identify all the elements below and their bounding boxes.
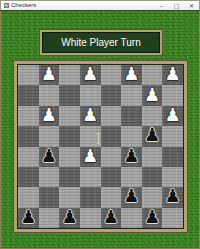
board-square[interactable]: ♟ [80, 106, 101, 126]
board-square[interactable]: ♟ [80, 147, 101, 167]
white-piece[interactable]: ♟ [123, 65, 139, 83]
board-square[interactable] [162, 85, 183, 105]
game-background: White Player Turn ♟♟♟♟♟♟♟♟♟♟♟♟♟♟♟♟♟♟ [0, 10, 200, 249]
board-square[interactable] [39, 126, 60, 146]
black-piece[interactable]: ♟ [144, 126, 160, 144]
checkers-board[interactable]: ♟♟♟♟♟♟♟♟♟♟♟♟♟♟♟♟♟♟ [17, 64, 184, 229]
board-square[interactable] [80, 187, 101, 207]
board-square[interactable] [142, 106, 163, 126]
board-square[interactable]: ♟ [142, 208, 163, 228]
board-square[interactable] [101, 167, 122, 187]
board-square[interactable] [101, 85, 122, 105]
window-controls: – ▢ ✕ [154, 1, 199, 10]
white-piece[interactable]: ♟ [82, 147, 98, 165]
title-bar: Checkers – ▢ ✕ [0, 0, 200, 10]
board-square[interactable]: ♟ [121, 65, 142, 85]
maximize-button[interactable]: ▢ [169, 1, 184, 10]
board-square[interactable] [80, 208, 101, 228]
board-square[interactable] [59, 147, 80, 167]
board-square[interactable]: ♟ [18, 208, 39, 228]
turn-banner: White Player Turn [40, 30, 162, 55]
white-piece[interactable]: ♟ [165, 65, 181, 83]
black-piece[interactable]: ♟ [41, 147, 57, 165]
board-square[interactable] [101, 147, 122, 167]
board-square[interactable]: ♟ [121, 147, 142, 167]
white-piece[interactable]: ♟ [82, 65, 98, 83]
black-piece[interactable]: ♟ [103, 208, 119, 226]
board-square[interactable] [121, 106, 142, 126]
white-piece[interactable]: ♟ [165, 106, 181, 124]
board-square[interactable] [142, 167, 163, 187]
board-square[interactable]: ♟ [39, 65, 60, 85]
board-square[interactable] [162, 126, 183, 146]
board-square[interactable] [101, 187, 122, 207]
board-square[interactable]: ♟ [162, 65, 183, 85]
black-piece[interactable]: ♟ [61, 208, 77, 226]
board-square[interactable] [162, 147, 183, 167]
board-square[interactable] [18, 85, 39, 105]
white-piece[interactable]: ♟ [41, 106, 57, 124]
board-square[interactable] [121, 126, 142, 146]
board-square[interactable] [162, 167, 183, 187]
board-square[interactable] [162, 208, 183, 228]
board-square[interactable] [142, 187, 163, 207]
white-piece[interactable]: ♟ [82, 106, 98, 124]
board-square[interactable] [39, 187, 60, 207]
checkers-window: Checkers – ▢ ✕ White Player Turn ♟♟♟♟♟♟♟… [0, 0, 200, 249]
close-button[interactable]: ✕ [184, 1, 199, 10]
board-square[interactable] [59, 106, 80, 126]
board-square[interactable]: ♟ [101, 208, 122, 228]
board-square[interactable] [101, 126, 122, 146]
turn-banner-text: White Player Turn [61, 37, 140, 48]
board-square[interactable] [101, 65, 122, 85]
board-square[interactable]: ♟ [39, 147, 60, 167]
board-square[interactable] [59, 65, 80, 85]
app-icon [4, 3, 9, 8]
white-piece[interactable]: ♟ [144, 86, 160, 104]
text-cursor-icon [95, 133, 102, 144]
black-piece[interactable]: ♟ [123, 187, 139, 205]
board-square[interactable] [80, 85, 101, 105]
board-square[interactable]: ♟ [80, 65, 101, 85]
board-square[interactable] [18, 106, 39, 126]
board-square[interactable] [18, 126, 39, 146]
board-square[interactable] [59, 167, 80, 187]
board-square[interactable] [59, 187, 80, 207]
black-piece[interactable]: ♟ [165, 187, 181, 205]
board-square[interactable] [121, 85, 142, 105]
window-title: Checkers [11, 1, 36, 10]
minimize-button[interactable]: – [154, 1, 169, 10]
board-square[interactable] [18, 167, 39, 187]
board-square[interactable] [18, 147, 39, 167]
board-square[interactable] [142, 147, 163, 167]
board-square[interactable] [59, 85, 80, 105]
board-square[interactable] [121, 167, 142, 187]
board-square[interactable] [80, 167, 101, 187]
board-square[interactable] [39, 167, 60, 187]
board-square[interactable]: ♟ [142, 126, 163, 146]
board-square[interactable]: ♟ [162, 106, 183, 126]
black-piece[interactable]: ♟ [20, 208, 36, 226]
board-square[interactable] [101, 106, 122, 126]
board-frame: ♟♟♟♟♟♟♟♟♟♟♟♟♟♟♟♟♟♟ [14, 61, 187, 232]
board-square[interactable]: ♟ [162, 187, 183, 207]
white-piece[interactable]: ♟ [41, 65, 57, 83]
board-square[interactable] [39, 85, 60, 105]
board-square[interactable] [18, 65, 39, 85]
board-square[interactable]: ♟ [39, 106, 60, 126]
board-square[interactable]: ♟ [142, 85, 163, 105]
board-square[interactable] [39, 208, 60, 228]
board-square[interactable] [59, 126, 80, 146]
board-square[interactable] [121, 208, 142, 228]
black-piece[interactable]: ♟ [123, 147, 139, 165]
board-square[interactable]: ♟ [59, 208, 80, 228]
board-square[interactable] [142, 65, 163, 85]
black-piece[interactable]: ♟ [144, 208, 160, 226]
board-square[interactable]: ♟ [121, 187, 142, 207]
board-square[interactable] [18, 187, 39, 207]
